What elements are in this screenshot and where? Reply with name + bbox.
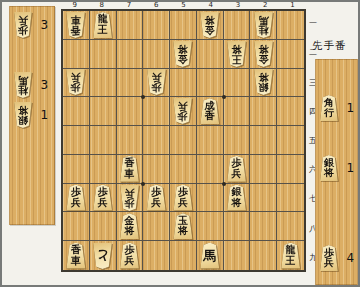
star-point: [141, 95, 145, 99]
sente-hand-銀将[interactable]: 銀将1: [319, 154, 357, 182]
piece-face: 桂馬: [13, 72, 33, 98]
square-5二[interactable]: 金将: [170, 40, 197, 69]
sente-piece-香車[interactable]: 香車: [65, 243, 86, 269]
sente-piece-歩兵[interactable]: 歩兵: [65, 185, 86, 211]
square-4五[interactable]: [197, 126, 224, 155]
sente-piece-銀将[interactable]: 銀将: [319, 155, 339, 181]
sente-piece-成香[interactable]: 成香: [199, 98, 220, 124]
square-9六[interactable]: [63, 155, 90, 184]
square-2六[interactable]: [250, 155, 277, 184]
piece-face: 歩兵: [146, 69, 167, 95]
piece-kanji: 歩: [71, 187, 81, 198]
piece-kanji: 王: [286, 256, 296, 267]
sente-piece-龍王[interactable]: 龍王: [280, 243, 301, 269]
piece-kanji: 金: [178, 54, 188, 65]
gote-piece-王将[interactable]: 王将: [226, 41, 247, 67]
square-4九[interactable]: 馬: [197, 241, 224, 270]
square-7六[interactable]: 香車: [117, 155, 144, 184]
sente-hand-count: 1: [344, 161, 357, 175]
square-2七[interactable]: [250, 184, 277, 213]
piece-face: 歩兵: [65, 69, 86, 95]
square-4一[interactable]: 金将: [197, 11, 224, 40]
sente-piece-歩兵[interactable]: 歩兵: [319, 245, 339, 271]
gote-piece-金将[interactable]: 金将: [172, 41, 193, 67]
square-1九[interactable]: 龍王: [277, 241, 304, 270]
piece-face: 歩兵: [119, 243, 140, 269]
square-6七[interactable]: 歩兵: [143, 184, 170, 213]
sente-piece-歩兵[interactable]: 歩兵: [172, 185, 193, 211]
piece-kanji: 桂: [258, 25, 268, 36]
piece-kanji: 馬: [18, 75, 28, 86]
square-2一[interactable]: 桂馬: [250, 11, 277, 40]
file-label-7: 7: [115, 2, 142, 9]
square-5三[interactable]: [170, 69, 197, 98]
piece-kanji: 歩: [18, 25, 28, 36]
gote-piece-歩兵[interactable]: 歩兵: [146, 69, 167, 95]
square-7七[interactable]: 歩兵: [117, 184, 144, 213]
square-7八[interactable]: 金将: [117, 212, 144, 241]
piece-face: 銀将: [226, 185, 247, 211]
piece-face: 香車: [119, 156, 140, 182]
square-5八[interactable]: 玉将: [170, 212, 197, 241]
square-5七[interactable]: 歩兵: [170, 184, 197, 213]
piece-face: 歩兵: [92, 185, 113, 211]
piece-kanji: 兵: [98, 198, 108, 209]
square-1八[interactable]: [277, 212, 304, 241]
square-9三[interactable]: 歩兵: [63, 69, 90, 98]
square-7三[interactable]: [117, 69, 144, 98]
piece-kanji: 兵: [71, 198, 81, 209]
sente-hand-count: 1: [344, 101, 357, 115]
square-8一[interactable]: 龍王: [90, 11, 117, 40]
square-6六[interactable]: [143, 155, 170, 184]
sente-piece-歩兵[interactable]: 歩兵: [119, 243, 140, 269]
piece-kanji: 兵: [232, 169, 242, 180]
piece-kanji: 車: [71, 14, 81, 25]
square-1一[interactable]: [277, 11, 304, 40]
gote-hand-桂馬[interactable]: 桂馬3: [13, 71, 51, 99]
piece-kanji: 将: [324, 168, 334, 179]
gote-piece-香車[interactable]: 香車: [65, 12, 86, 38]
gote-piece-と[interactable]: と: [92, 243, 113, 269]
square-1六[interactable]: [277, 155, 304, 184]
piece-face: 歩兵: [13, 12, 33, 38]
gote-hand-歩兵[interactable]: 歩兵3: [13, 11, 51, 39]
sente-piece-角行[interactable]: 角行: [319, 95, 339, 121]
square-3三[interactable]: [224, 69, 251, 98]
sente-hand-歩兵[interactable]: 歩兵4: [319, 244, 357, 272]
piece-kanji: 歩: [151, 187, 161, 198]
sente-hand-角行[interactable]: 角行1: [319, 94, 357, 122]
piece-kanji: 王: [232, 54, 242, 65]
square-9一[interactable]: 香車: [63, 11, 90, 40]
piece-kanji: 将: [258, 72, 268, 83]
square-4四[interactable]: 成香: [197, 97, 224, 126]
square-9五[interactable]: [63, 126, 90, 155]
piece-kanji: 将: [232, 198, 242, 209]
piece-face: 香車: [65, 243, 86, 269]
gote-captured-tray: 歩兵3桂馬3銀将1: [9, 6, 55, 225]
piece-face: 歩兵: [146, 185, 167, 211]
sente-piece-銀将[interactable]: 銀将: [226, 185, 247, 211]
shogi-app: 987654321 歩兵3桂馬3銀将1 香車龍王金将桂馬金将王将金将歩兵歩兵銀将…: [0, 0, 360, 287]
square-3二[interactable]: 王将: [224, 40, 251, 69]
square-2五[interactable]: [250, 126, 277, 155]
piece-kanji: 兵: [324, 258, 334, 269]
gote-hand-銀将[interactable]: 銀将1: [13, 101, 51, 129]
rank-label-一: 一: [307, 9, 319, 38]
gote-piece-歩兵[interactable]: 歩兵: [119, 185, 140, 211]
piece-kanji: 将: [232, 43, 242, 54]
square-8三[interactable]: [90, 69, 117, 98]
piece-kanji: 兵: [178, 101, 188, 112]
piece-kanji: 馬: [258, 14, 268, 25]
star-point: [141, 182, 145, 186]
gote-piece-歩兵[interactable]: 歩兵: [13, 12, 33, 38]
piece-kanji: 銀: [232, 187, 242, 198]
square-2四[interactable]: [250, 97, 277, 126]
piece-face: 玉将: [172, 213, 193, 239]
square-2八[interactable]: [250, 212, 277, 241]
file-label-3: 3: [224, 2, 251, 9]
square-8五[interactable]: [90, 126, 117, 155]
piece-face: 香車: [65, 12, 86, 38]
gote-hand-count: 3: [38, 18, 51, 32]
piece-face: 銀将: [253, 69, 274, 95]
file-label-4: 4: [197, 2, 224, 9]
square-1二[interactable]: [277, 40, 304, 69]
shogi-board: 香車龍王金将桂馬金将王将金将歩兵歩兵銀将歩兵成香香車歩兵歩兵歩兵歩兵歩兵歩兵銀将…: [61, 9, 306, 272]
file-label-5: 5: [170, 2, 197, 9]
sente-piece-金将[interactable]: 金将: [119, 213, 140, 239]
square-4三[interactable]: [197, 69, 224, 98]
square-9四[interactable]: [63, 97, 90, 126]
square-8九[interactable]: と: [90, 241, 117, 270]
piece-kanji: 歩: [98, 187, 108, 198]
piece-kanji: 兵: [71, 72, 81, 83]
piece-kanji: 行: [324, 108, 334, 119]
square-3六[interactable]: 歩兵: [224, 155, 251, 184]
piece-face: 金将: [253, 41, 274, 67]
gote-piece-桂馬[interactable]: 桂馬: [13, 72, 33, 98]
square-8二[interactable]: [90, 40, 117, 69]
gote-hand-count: 1: [38, 108, 51, 122]
piece-face: 金将: [172, 41, 193, 67]
piece-kanji: 銀: [258, 82, 268, 93]
sente-piece-歩兵[interactable]: 歩兵: [92, 185, 113, 211]
square-2九[interactable]: [250, 241, 277, 270]
square-6九[interactable]: [143, 241, 170, 270]
gote-hand-count: 3: [38, 78, 51, 92]
sente-piece-歩兵[interactable]: 歩兵: [146, 185, 167, 211]
piece-kanji: 歩: [178, 111, 188, 122]
sente-piece-香車[interactable]: 香車: [119, 156, 140, 182]
star-point: [222, 95, 226, 99]
file-label-8: 8: [88, 2, 115, 9]
square-3一[interactable]: [224, 11, 251, 40]
piece-kanji: 将: [178, 226, 188, 237]
square-3八[interactable]: [224, 212, 251, 241]
gote-piece-金将[interactable]: 金将: [199, 12, 220, 38]
square-7二[interactable]: [117, 40, 144, 69]
file-labels: 987654321: [61, 2, 306, 9]
square-6四[interactable]: [143, 97, 170, 126]
piece-kanji: 兵: [124, 187, 134, 198]
piece-kanji: 兵: [124, 256, 134, 267]
gote-piece-桂馬[interactable]: 桂馬: [253, 12, 274, 38]
piece-kanji: 兵: [18, 15, 28, 26]
square-5一[interactable]: [170, 11, 197, 40]
square-4八[interactable]: [197, 212, 224, 241]
piece-kanji: 桂: [18, 85, 28, 96]
sente-piece-馬[interactable]: 馬: [199, 243, 220, 269]
piece-face: 金将: [199, 12, 220, 38]
gote-piece-歩兵[interactable]: 歩兵: [172, 98, 193, 124]
piece-face: 龍王: [92, 12, 113, 38]
sente-piece-玉将[interactable]: 玉将: [172, 213, 193, 239]
piece-face: 馬: [199, 243, 220, 269]
piece-kanji: 将: [124, 226, 134, 237]
gote-piece-銀将[interactable]: 銀将: [13, 102, 33, 128]
piece-kanji: 将: [205, 14, 215, 25]
piece-kanji: 歩: [71, 82, 81, 93]
square-3九[interactable]: [224, 241, 251, 270]
star-point: [222, 182, 226, 186]
piece-kanji: と: [96, 249, 109, 263]
piece-face: 龍王: [280, 243, 301, 269]
square-1四[interactable]: [277, 97, 304, 126]
square-2二[interactable]: 金将: [250, 40, 277, 69]
square-1三[interactable]: [277, 69, 304, 98]
square-4六[interactable]: [197, 155, 224, 184]
piece-face: 歩兵: [319, 245, 339, 271]
piece-kanji: 銀: [18, 115, 28, 126]
piece-face: 歩兵: [65, 185, 86, 211]
piece-kanji: 将: [18, 105, 28, 116]
gote-piece-銀将[interactable]: 銀将: [253, 69, 274, 95]
piece-kanji: 王: [98, 25, 108, 36]
square-7九[interactable]: 歩兵: [117, 241, 144, 270]
piece-face: 王将: [226, 41, 247, 67]
square-8六[interactable]: [90, 155, 117, 184]
piece-face: 角行: [319, 95, 339, 121]
square-6一[interactable]: [143, 11, 170, 40]
piece-kanji: 歩: [151, 82, 161, 93]
piece-kanji: 歩: [124, 198, 134, 209]
file-label-6: 6: [143, 2, 170, 9]
piece-kanji: 金: [258, 54, 268, 65]
sente-captured-tray: 角行1銀将1歩兵4: [315, 59, 358, 285]
piece-kanji: 香: [71, 25, 81, 36]
piece-face: 成香: [199, 98, 220, 124]
piece-kanji: 将: [258, 43, 268, 54]
sente-piece-歩兵[interactable]: 歩兵: [226, 156, 247, 182]
piece-kanji: 馬: [203, 249, 216, 263]
file-label-2: 2: [252, 2, 279, 9]
square-1五[interactable]: [277, 126, 304, 155]
square-5六[interactable]: [170, 155, 197, 184]
square-5四[interactable]: 歩兵: [170, 97, 197, 126]
file-label-9: 9: [61, 2, 88, 9]
square-3五[interactable]: [224, 126, 251, 155]
sente-hand-count: 4: [344, 251, 357, 265]
turn-indicator: 先手番: [312, 39, 360, 53]
square-9八[interactable]: [63, 212, 90, 241]
square-8四[interactable]: [90, 97, 117, 126]
sente-piece-龍王[interactable]: 龍王: [92, 12, 113, 38]
piece-kanji: 兵: [151, 72, 161, 83]
piece-face: 金将: [119, 213, 140, 239]
gote-piece-歩兵[interactable]: 歩兵: [65, 69, 86, 95]
piece-face: 銀将: [319, 155, 339, 181]
square-7五[interactable]: [117, 126, 144, 155]
piece-kanji: 車: [71, 256, 81, 267]
square-4二[interactable]: [197, 40, 224, 69]
square-3七[interactable]: 銀将: [224, 184, 251, 213]
square-6三[interactable]: 歩兵: [143, 69, 170, 98]
piece-kanji: 兵: [151, 198, 161, 209]
piece-kanji: 歩: [178, 187, 188, 198]
piece-kanji: 兵: [178, 198, 188, 209]
piece-kanji: 車: [124, 169, 134, 180]
square-9九[interactable]: 香車: [63, 241, 90, 270]
piece-face: と: [92, 243, 113, 269]
square-6五[interactable]: [143, 126, 170, 155]
piece-face: 歩兵: [172, 185, 193, 211]
piece-face: 歩兵: [172, 98, 193, 124]
square-3四[interactable]: [224, 97, 251, 126]
file-label-1: 1: [279, 2, 306, 9]
square-8八[interactable]: [90, 212, 117, 241]
gote-piece-金将[interactable]: 金将: [253, 41, 274, 67]
square-9七[interactable]: 歩兵: [63, 184, 90, 213]
piece-kanji: 金: [205, 25, 215, 36]
square-5九[interactable]: [170, 241, 197, 270]
square-2三[interactable]: 銀将: [250, 69, 277, 98]
square-8七[interactable]: 歩兵: [90, 184, 117, 213]
piece-face: 銀将: [13, 102, 33, 128]
square-6二[interactable]: [143, 40, 170, 69]
square-5五[interactable]: [170, 126, 197, 155]
square-1七[interactable]: [277, 184, 304, 213]
piece-kanji: 香: [205, 111, 215, 122]
square-7四[interactable]: [117, 97, 144, 126]
piece-kanji: 将: [178, 43, 188, 54]
square-9二[interactable]: [63, 40, 90, 69]
piece-face: 歩兵: [226, 156, 247, 182]
piece-face: 歩兵: [119, 185, 140, 211]
square-6八[interactable]: [143, 212, 170, 241]
square-7一[interactable]: [117, 11, 144, 40]
square-4七[interactable]: [197, 184, 224, 213]
piece-face: 桂馬: [253, 12, 274, 38]
